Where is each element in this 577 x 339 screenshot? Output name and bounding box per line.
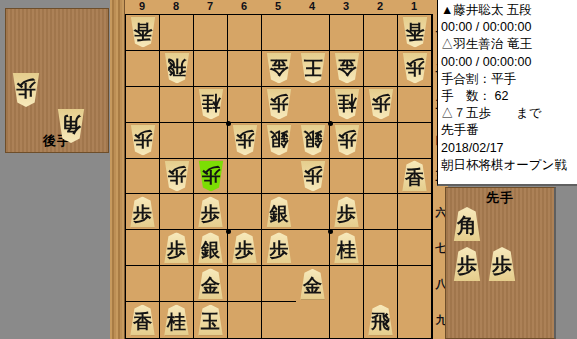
square-7六[interactable]: 歩: [194, 194, 228, 230]
square-9二[interactable]: [126, 51, 160, 87]
shogi-board: 987654321 一二三四五六七八九 香香飛金王金歩桂歩桂歩歩歩銀銀歩歩歩歩香…: [110, 0, 448, 339]
piece-gote-歩[interactable]: 歩: [164, 160, 190, 191]
square-3二[interactable]: 金: [330, 51, 364, 87]
piece-gote-香[interactable]: 香: [130, 17, 156, 48]
square-1三[interactable]: [398, 87, 432, 123]
square-1六[interactable]: [398, 194, 432, 230]
info-line-10: 朝日杯将棋オープン戦: [441, 157, 577, 174]
square-2九[interactable]: 飛: [364, 302, 398, 338]
info-line-9: 2018/02/17: [441, 140, 577, 157]
square-1九[interactable]: [398, 302, 432, 338]
piece-sente-桂[interactable]: 桂: [164, 305, 190, 336]
square-4一[interactable]: [296, 15, 330, 51]
file-label-2: 2: [363, 0, 397, 14]
square-3一[interactable]: [330, 15, 364, 51]
piece-gote-歩[interactable]: 歩: [266, 89, 292, 120]
square-8三[interactable]: [160, 87, 194, 123]
square-5三[interactable]: 歩: [262, 87, 296, 123]
square-8七[interactable]: 歩: [160, 230, 194, 266]
square-7五[interactable]: 歩: [194, 159, 228, 195]
square-8五[interactable]: 歩: [160, 159, 194, 195]
square-3七[interactable]: 桂: [330, 230, 364, 266]
square-9五[interactable]: [126, 159, 160, 195]
square-4四[interactable]: 銀: [296, 123, 330, 159]
square-2四[interactable]: [364, 123, 398, 159]
file-label-3: 3: [329, 0, 363, 14]
star-point: [226, 229, 231, 234]
piece-sente-歩[interactable]: 歩: [164, 232, 190, 263]
square-6七[interactable]: 歩: [228, 230, 262, 266]
file-label-8: 8: [159, 0, 193, 14]
square-6五[interactable]: [228, 159, 262, 195]
square-3六[interactable]: 歩: [330, 194, 364, 230]
square-9三[interactable]: [126, 87, 160, 123]
square-1四[interactable]: [398, 123, 432, 159]
square-2八[interactable]: [364, 266, 398, 302]
square-9九[interactable]: 香: [126, 302, 160, 338]
star-point: [328, 121, 333, 126]
piece-gote-歩[interactable]: 歩: [402, 53, 428, 84]
gote-hand-panel: 後手 歩角: [5, 8, 109, 153]
piece-gote-歩-lastmove[interactable]: 歩: [198, 160, 224, 191]
square-4六[interactable]: [296, 194, 330, 230]
piece-gote-銀[interactable]: 銀: [266, 125, 292, 156]
square-3八[interactable]: [330, 266, 364, 302]
square-7七[interactable]: 銀: [194, 230, 228, 266]
square-7一[interactable]: [194, 15, 228, 51]
square-3五[interactable]: [330, 159, 364, 195]
piece-sente-歩[interactable]: 歩: [130, 196, 156, 227]
square-8二[interactable]: 飛: [160, 51, 194, 87]
sente-hand-panel: 先手 角歩歩: [445, 187, 556, 339]
hand-piece-sente-歩[interactable]: 歩: [488, 247, 516, 281]
square-4五[interactable]: 歩: [296, 159, 330, 195]
piece-gote-香[interactable]: 香: [402, 17, 428, 48]
square-1五[interactable]: 香: [398, 159, 432, 195]
file-coordinate-labels: 987654321: [125, 0, 431, 14]
file-label-7: 7: [193, 0, 227, 14]
piece-sente-銀[interactable]: 銀: [198, 232, 224, 263]
square-4二[interactable]: 王: [296, 51, 330, 87]
piece-sente-香[interactable]: 香: [402, 160, 428, 191]
square-1一[interactable]: 香: [398, 15, 432, 51]
file-label-5: 5: [261, 0, 295, 14]
info-line-1: ▲藤井聡太 五段: [441, 2, 577, 19]
square-8六[interactable]: [160, 194, 194, 230]
piece-gote-歩[interactable]: 歩: [130, 125, 156, 156]
info-line-4: 00:00 / 00:00:00: [441, 54, 577, 71]
square-7四[interactable]: [194, 123, 228, 159]
square-1七[interactable]: [398, 230, 432, 266]
square-6二[interactable]: [228, 51, 262, 87]
piece-gote-桂[interactable]: 桂: [334, 89, 360, 120]
piece-gote-歩[interactable]: 歩: [368, 89, 394, 120]
square-2一[interactable]: [364, 15, 398, 51]
star-point: [328, 229, 333, 234]
piece-sente-歩[interactable]: 歩: [232, 232, 258, 263]
piece-gote-歩[interactable]: 歩: [300, 160, 326, 191]
square-5一[interactable]: [262, 15, 296, 51]
square-4八[interactable]: 金: [296, 266, 330, 302]
square-4三[interactable]: [296, 87, 330, 123]
piece-gote-王[interactable]: 王: [300, 53, 326, 84]
piece-sente-歩[interactable]: 歩: [266, 232, 292, 263]
piece-sente-歩[interactable]: 歩: [334, 196, 360, 227]
square-6一[interactable]: [228, 15, 262, 51]
file-label-6: 6: [227, 0, 261, 14]
hand-piece-gote-歩[interactable]: 歩: [12, 73, 40, 107]
piece-sente-香[interactable]: 香: [130, 305, 156, 336]
square-5四[interactable]: 銀: [262, 123, 296, 159]
board-grid: 香香飛金王金歩桂歩桂歩歩歩銀銀歩歩歩歩香歩歩銀歩歩銀歩歩桂金金香桂玉飛: [125, 14, 433, 339]
piece-gote-桂[interactable]: 桂: [198, 89, 224, 120]
square-7八[interactable]: 金: [194, 266, 228, 302]
piece-sente-金[interactable]: 金: [300, 269, 326, 300]
piece-gote-歩[interactable]: 歩: [334, 125, 360, 156]
square-5二[interactable]: 金: [262, 51, 296, 87]
square-3四[interactable]: 歩: [330, 123, 364, 159]
square-6三[interactable]: [228, 87, 262, 123]
square-9八[interactable]: [126, 266, 160, 302]
square-4九[interactable]: [296, 302, 330, 338]
info-line-5: 手合割：平手: [441, 71, 577, 88]
square-5七[interactable]: 歩: [262, 230, 296, 266]
piece-gote-飛[interactable]: 飛: [164, 53, 190, 84]
square-4七[interactable]: [296, 230, 330, 266]
square-5九[interactable]: [262, 302, 296, 338]
hand-piece-sente-角[interactable]: 角: [453, 207, 481, 241]
square-9一[interactable]: 香: [126, 15, 160, 51]
file-label-4: 4: [295, 0, 329, 14]
square-2七[interactable]: [364, 230, 398, 266]
square-7三[interactable]: 桂: [194, 87, 228, 123]
file-label-1: 1: [397, 0, 431, 14]
square-8九[interactable]: 桂: [160, 302, 194, 338]
square-9七[interactable]: [126, 230, 160, 266]
square-5五[interactable]: [262, 159, 296, 195]
square-6八[interactable]: [228, 266, 262, 302]
square-9四[interactable]: 歩: [126, 123, 160, 159]
square-3九[interactable]: [330, 302, 364, 338]
piece-sente-金[interactable]: 金: [198, 268, 224, 299]
square-2三[interactable]: 歩: [364, 87, 398, 123]
info-line-3: △羽生善治 竜王: [441, 36, 577, 53]
square-7二[interactable]: [194, 51, 228, 87]
square-8八[interactable]: [160, 266, 194, 302]
piece-sente-玉[interactable]: 玉: [198, 305, 224, 336]
info-line-2: 00:00 / 00:00:00: [441, 19, 577, 36]
info-line-8: 先手番: [441, 122, 577, 139]
square-7九[interactable]: 玉: [194, 302, 228, 338]
square-1二[interactable]: 歩: [398, 51, 432, 87]
piece-sente-桂[interactable]: 桂: [334, 232, 360, 263]
piece-gote-歩[interactable]: 歩: [232, 125, 258, 156]
square-6九[interactable]: [228, 302, 262, 338]
square-2五[interactable]: [364, 159, 398, 195]
piece-sente-歩[interactable]: 歩: [198, 196, 224, 227]
square-9六[interactable]: 歩: [126, 194, 160, 230]
square-1八[interactable]: [398, 266, 432, 302]
sente-hand-label: 先手: [486, 189, 514, 207]
square-5六[interactable]: 銀: [262, 194, 296, 230]
square-2二[interactable]: [364, 51, 398, 87]
game-info-panel: ▲藤井聡太 五段00:00 / 00:00:00△羽生善治 竜王00:00 / …: [437, 0, 577, 186]
square-5八[interactable]: [262, 266, 296, 302]
piece-sente-銀[interactable]: 銀: [266, 196, 292, 227]
piece-gote-銀[interactable]: 銀: [300, 125, 326, 156]
square-6四[interactable]: 歩: [228, 123, 262, 159]
square-8一[interactable]: [160, 15, 194, 51]
square-2六[interactable]: [364, 194, 398, 230]
piece-gote-金[interactable]: 金: [334, 53, 360, 84]
piece-sente-飛[interactable]: 飛: [368, 305, 394, 336]
piece-gote-金[interactable]: 金: [266, 53, 292, 84]
square-3三[interactable]: 桂: [330, 87, 364, 123]
file-label-9: 9: [125, 0, 159, 14]
hand-piece-sente-歩[interactable]: 歩: [453, 247, 481, 281]
square-6六[interactable]: [228, 194, 262, 230]
square-8四[interactable]: [160, 123, 194, 159]
info-line-7: △７五歩 まで: [441, 105, 577, 122]
info-line-6: 手 数： 62: [441, 88, 577, 105]
board-wood-edge: [110, 0, 125, 339]
star-point: [226, 121, 231, 126]
